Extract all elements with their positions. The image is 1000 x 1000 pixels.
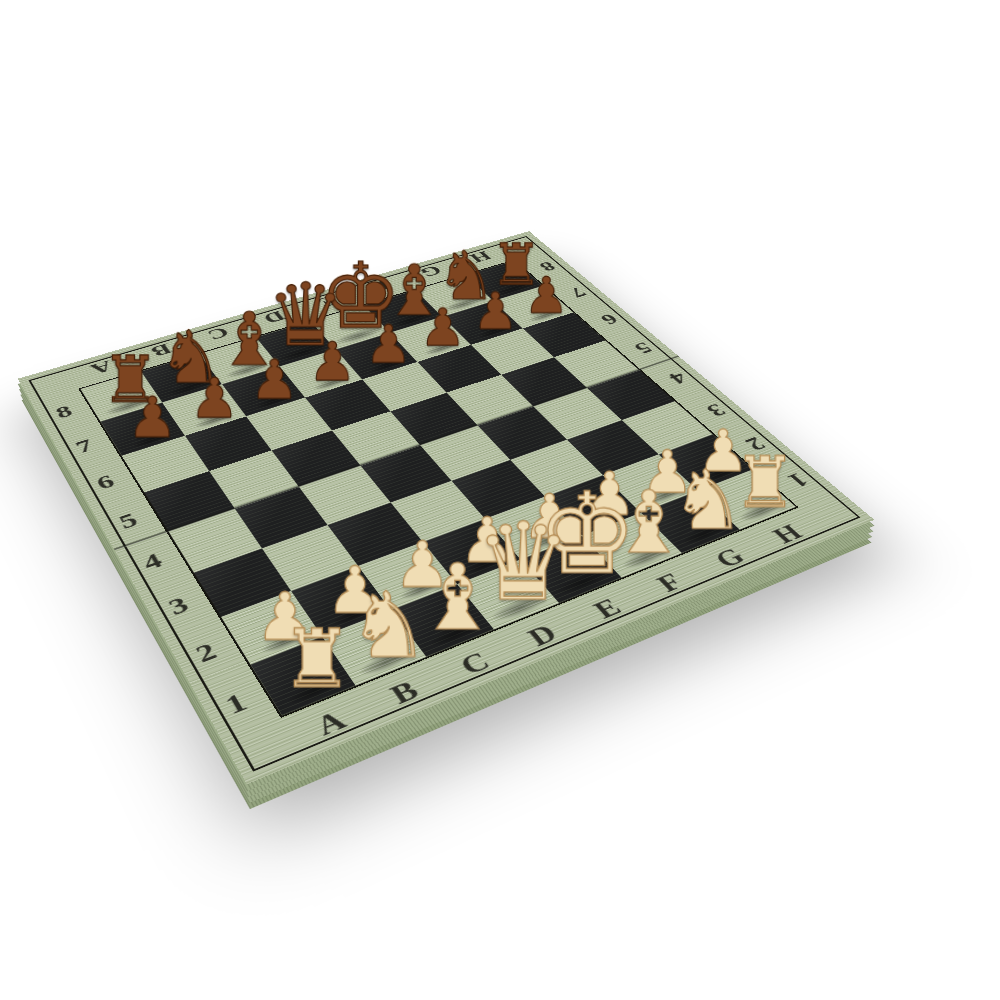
chess-board: ABCDEFGH ABCDEFGH 87654321 87654321 ♜♞♝♛… [18,231,875,784]
piece-black-pawn-a7[interactable]: ♟ [82,390,222,446]
photo-background: ABCDEFGH ABCDEFGH 87654321 87654321 ♜♞♝♛… [0,0,1000,1000]
square-d4[interactable] [360,445,451,503]
square-c5[interactable] [272,431,361,487]
piece-white-rook-a1[interactable]: ♜ [232,620,402,700]
